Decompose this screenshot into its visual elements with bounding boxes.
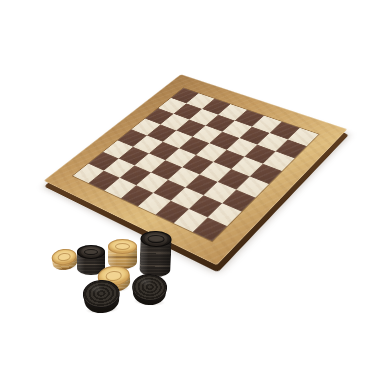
dark-checker-stack-3	[139, 230, 172, 277]
checkers-pieces-pile	[0, 0, 375, 375]
dark-checker-face-up-left	[82, 279, 121, 315]
piece-ring-groove	[57, 252, 71, 261]
piece-ring-groove	[84, 249, 99, 256]
piece-ring-groove	[148, 235, 164, 243]
product-photo	[0, 0, 375, 375]
piece-top	[77, 245, 105, 259]
piece-top	[108, 239, 137, 254]
dark-checker-face-up-right	[131, 273, 168, 306]
piece-ring-groove	[115, 243, 130, 250]
light-checker-tilted	[51, 247, 79, 271]
